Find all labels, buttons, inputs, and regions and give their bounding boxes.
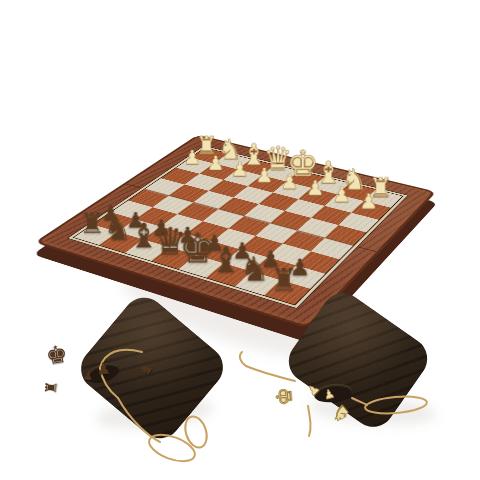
- piece-white-pawn-h2[interactable]: ♟: [344, 192, 394, 213]
- right-cord-down: [308, 406, 311, 436]
- spilled-piece-white-king: ♚: [272, 371, 297, 423]
- right-cord-left-curl: [240, 352, 246, 366]
- piece-black-rook-h8[interactable]: ♜: [256, 265, 313, 296]
- product-photo-scene: ♜♞♝♛♚♝♞♜♟♟♟♟♟♟♟♟♟♟♟♟♟♟♟♟♜♞♝♛♚♝♞♜ ♚♜♟♟♞♚♟…: [0, 0, 480, 480]
- spilled-piece-black-rook: ♜: [42, 362, 61, 413]
- chess-board: ♜♞♝♛♚♝♞♜♟♟♟♟♟♟♟♟♟♟♟♟♟♟♟♟♜♞♝♛♚♝♞♜: [34, 135, 436, 329]
